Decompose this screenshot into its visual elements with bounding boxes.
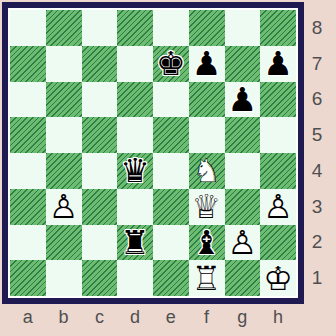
rook-outline-glyph: ♖ [189, 260, 225, 296]
square-h6[interactable] [260, 82, 296, 118]
square-a3[interactable] [10, 189, 46, 225]
square-f1[interactable]: ♜♖ [189, 260, 225, 296]
rank-label-8: 8 [304, 10, 330, 46]
square-g6[interactable]: ♟ [225, 82, 261, 118]
square-c8[interactable] [82, 10, 118, 46]
square-g8[interactable] [225, 10, 261, 46]
square-c6[interactable] [82, 82, 118, 118]
queen-outline-glyph: ♕ [189, 189, 225, 225]
square-a2[interactable] [10, 225, 46, 261]
square-f7[interactable]: ♟ [189, 46, 225, 82]
square-c5[interactable] [82, 117, 118, 153]
white-king-h1[interactable]: ♚♔ [260, 260, 296, 296]
square-g5[interactable] [225, 117, 261, 153]
rank-label-4: 4 [304, 153, 330, 189]
square-h8[interactable] [260, 10, 296, 46]
square-d8[interactable] [117, 10, 153, 46]
square-h5[interactable] [260, 117, 296, 153]
rank-label-1: 1 [304, 260, 330, 296]
file-label-b: b [46, 302, 82, 332]
rank-label-6: 6 [304, 82, 330, 118]
black-pawn-g6[interactable]: ♟ [225, 82, 261, 118]
square-c2[interactable] [82, 225, 118, 261]
file-label-g: g [225, 302, 261, 332]
square-b1[interactable] [46, 260, 82, 296]
square-f2[interactable]: ♝ [189, 225, 225, 261]
pawn-outline-glyph: ♙ [260, 189, 296, 225]
square-e3[interactable] [153, 189, 189, 225]
square-e5[interactable] [153, 117, 189, 153]
rank-label-5: 5 [304, 117, 330, 153]
square-b8[interactable] [46, 10, 82, 46]
rank-label-3: 3 [304, 189, 330, 225]
square-g2[interactable]: ♟♙ [225, 225, 261, 261]
file-labels: abcdefgh [10, 302, 296, 332]
square-h2[interactable] [260, 225, 296, 261]
chess-board: ♚♟♟♟♛♞♘♟♙♛♕♟♙♜♝♟♙♜♖♚♔ [10, 10, 296, 296]
square-h3[interactable]: ♟♙ [260, 189, 296, 225]
square-a1[interactable] [10, 260, 46, 296]
square-b4[interactable] [46, 153, 82, 189]
square-d7[interactable] [117, 46, 153, 82]
square-e1[interactable] [153, 260, 189, 296]
square-b6[interactable] [46, 82, 82, 118]
square-b3[interactable]: ♟♙ [46, 189, 82, 225]
square-c4[interactable] [82, 153, 118, 189]
square-d2[interactable]: ♜ [117, 225, 153, 261]
square-a8[interactable] [10, 10, 46, 46]
square-b7[interactable] [46, 46, 82, 82]
square-f3[interactable]: ♛♕ [189, 189, 225, 225]
square-a4[interactable] [10, 153, 46, 189]
square-h7[interactable]: ♟ [260, 46, 296, 82]
file-label-h: h [260, 302, 296, 332]
file-label-d: d [117, 302, 153, 332]
file-label-e: e [153, 302, 189, 332]
square-g4[interactable] [225, 153, 261, 189]
white-pawn-h3[interactable]: ♟♙ [260, 189, 296, 225]
square-d3[interactable] [117, 189, 153, 225]
square-c7[interactable] [82, 46, 118, 82]
square-f8[interactable] [189, 10, 225, 46]
square-d5[interactable] [117, 117, 153, 153]
square-f4[interactable]: ♞♘ [189, 153, 225, 189]
knight-outline-glyph: ♘ [189, 153, 225, 189]
square-c1[interactable] [82, 260, 118, 296]
square-f5[interactable] [189, 117, 225, 153]
square-a7[interactable] [10, 46, 46, 82]
white-queen-f3[interactable]: ♛♕ [189, 189, 225, 225]
black-queen-d4[interactable]: ♛ [117, 153, 153, 189]
rank-label-7: 7 [304, 46, 330, 82]
square-h1[interactable]: ♚♔ [260, 260, 296, 296]
square-a6[interactable] [10, 82, 46, 118]
square-c3[interactable] [82, 189, 118, 225]
rank-label-2: 2 [304, 225, 330, 261]
square-e2[interactable] [153, 225, 189, 261]
pawn-outline-glyph: ♙ [225, 225, 261, 261]
white-rook-f1[interactable]: ♜♖ [189, 260, 225, 296]
file-label-a: a [10, 302, 46, 332]
white-knight-f4[interactable]: ♞♘ [189, 153, 225, 189]
square-g3[interactable] [225, 189, 261, 225]
square-g1[interactable] [225, 260, 261, 296]
square-e7[interactable]: ♚ [153, 46, 189, 82]
black-pawn-f7[interactable]: ♟ [189, 46, 225, 82]
square-e4[interactable] [153, 153, 189, 189]
black-king-e7[interactable]: ♚ [153, 46, 189, 82]
square-g7[interactable] [225, 46, 261, 82]
king-outline-glyph: ♔ [260, 260, 296, 296]
square-h4[interactable] [260, 153, 296, 189]
square-d4[interactable]: ♛ [117, 153, 153, 189]
rank-labels: 87654321 [304, 10, 330, 296]
square-a5[interactable] [10, 117, 46, 153]
square-e6[interactable] [153, 82, 189, 118]
file-label-f: f [189, 302, 225, 332]
square-b5[interactable] [46, 117, 82, 153]
chess-board-frame: ♚♟♟♟♛♞♘♟♙♛♕♟♙♜♝♟♙♜♖♚♔ [2, 2, 304, 304]
black-bishop-f2[interactable]: ♝ [189, 225, 225, 261]
square-f6[interactable] [189, 82, 225, 118]
pawn-outline-glyph: ♙ [46, 189, 82, 225]
square-d6[interactable] [117, 82, 153, 118]
black-pawn-h7[interactable]: ♟ [260, 46, 296, 82]
square-d1[interactable] [117, 260, 153, 296]
square-e8[interactable] [153, 10, 189, 46]
white-pawn-g2[interactable]: ♟♙ [225, 225, 261, 261]
black-rook-d2[interactable]: ♜ [117, 225, 153, 261]
white-pawn-b3[interactable]: ♟♙ [46, 189, 82, 225]
square-b2[interactable] [46, 225, 82, 261]
file-label-c: c [82, 302, 118, 332]
